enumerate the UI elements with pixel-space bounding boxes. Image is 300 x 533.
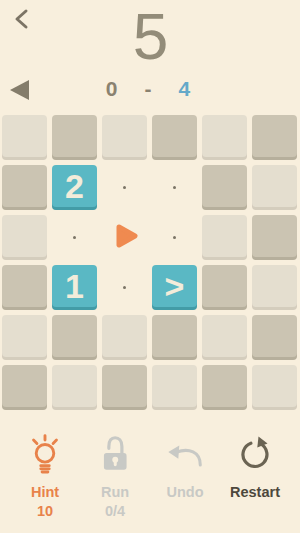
cell-r3c2 xyxy=(52,215,97,260)
hint-count: 10 xyxy=(37,503,53,520)
cell-r1c1 xyxy=(2,115,47,160)
cell-r6c2 xyxy=(52,365,97,410)
direction-arrow-icon xyxy=(111,222,139,254)
level-number: 5 xyxy=(0,2,300,72)
grid-dot xyxy=(123,286,126,289)
grid-dot xyxy=(123,186,126,189)
grid-dot xyxy=(73,236,76,239)
move-counter: 0 - 4 xyxy=(0,77,296,101)
cell-r6c6 xyxy=(252,365,297,410)
restart-label: Restart xyxy=(230,484,280,500)
cell-r5c1 xyxy=(2,315,47,360)
cell-r1c3 xyxy=(102,115,147,160)
cell-r5c6 xyxy=(252,315,297,360)
cell-r2c3 xyxy=(102,165,147,210)
lightbulb-icon xyxy=(28,426,62,482)
cell-r2c6 xyxy=(252,165,297,210)
cell-r6c4 xyxy=(152,365,197,410)
cell-r2c5 xyxy=(202,165,247,210)
cell-r1c2 xyxy=(52,115,97,160)
counter-separator: - xyxy=(145,77,152,101)
cell-r6c1 xyxy=(2,365,47,410)
cell-r2c1 xyxy=(2,165,47,210)
cell-r4c4[interactable]: > xyxy=(152,265,197,310)
cell-r1c6 xyxy=(252,115,297,160)
restart-button[interactable]: Restart xyxy=(220,426,290,520)
cell-r1c4 xyxy=(152,115,197,160)
grid-dot xyxy=(173,236,176,239)
counter-target: 4 xyxy=(179,77,191,101)
cell-r5c2 xyxy=(52,315,97,360)
bottom-toolbar: Hint 10 Run 0/4 Undo xyxy=(0,426,300,520)
cell-r4c1 xyxy=(2,265,47,310)
undo-label: Undo xyxy=(166,484,203,500)
cell-r3c3[interactable] xyxy=(102,215,147,260)
cell-r3c1 xyxy=(2,215,47,260)
hint-button[interactable]: Hint 10 xyxy=(10,426,80,520)
cell-r6c5 xyxy=(202,365,247,410)
hint-label: Hint xyxy=(31,484,59,500)
game-screen: 5 0 - 4 21> xyxy=(0,0,300,533)
grid-dot xyxy=(173,186,176,189)
cell-r4c2[interactable]: 1 xyxy=(52,265,97,310)
cell-r2c4 xyxy=(152,165,197,210)
puzzle-board: 21> xyxy=(2,115,297,410)
run-button[interactable]: Run 0/4 xyxy=(80,426,150,520)
run-label: Run xyxy=(101,484,129,500)
cell-r3c6 xyxy=(252,215,297,260)
undo-button[interactable]: Undo xyxy=(150,426,220,520)
cell-r3c4 xyxy=(152,215,197,260)
undo-arrow-icon xyxy=(164,426,206,482)
cell-r3c5 xyxy=(202,215,247,260)
cell-r5c5 xyxy=(202,315,247,360)
cell-r5c3 xyxy=(102,315,147,360)
counter-current: 0 xyxy=(106,77,118,101)
run-count: 0/4 xyxy=(105,503,125,520)
cell-r1c5 xyxy=(202,115,247,160)
cell-r4c3 xyxy=(102,265,147,310)
cell-r5c4 xyxy=(152,315,197,360)
restart-circular-arrow-icon xyxy=(237,426,273,482)
cell-r4c6 xyxy=(252,265,297,310)
cell-r2c2[interactable]: 2 xyxy=(52,165,97,210)
cell-r6c3 xyxy=(102,365,147,410)
unlocked-padlock-icon xyxy=(99,426,131,482)
cell-r4c5 xyxy=(202,265,247,310)
